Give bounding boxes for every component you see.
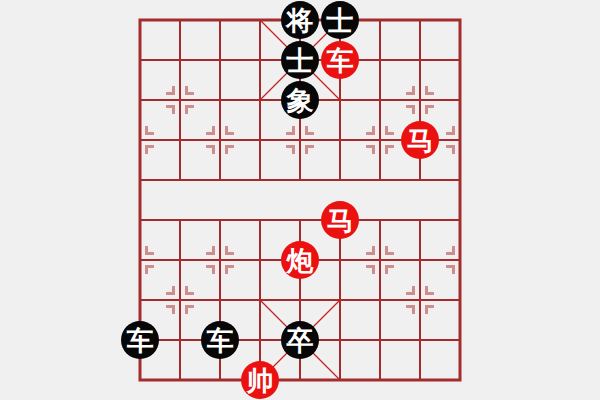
red-cannon-piece[interactable]: 炮 [281, 241, 319, 279]
red-general-piece[interactable]: 帅 [241, 361, 279, 399]
xiangqi-board[interactable]: 将士士车象马马炮车车卒帅 [0, 0, 600, 400]
red-horse-piece[interactable]: 马 [321, 201, 359, 239]
pieces-layer: 将士士车象马马炮车车卒帅 [0, 0, 600, 400]
black-chariot-piece[interactable]: 车 [121, 321, 159, 359]
red-chariot-piece[interactable]: 车 [321, 41, 359, 79]
black-pawn-piece[interactable]: 卒 [281, 321, 319, 359]
black-elephant-piece[interactable]: 象 [281, 81, 319, 119]
black-chariot-piece[interactable]: 车 [201, 321, 239, 359]
black-general-piece[interactable]: 将 [281, 1, 319, 39]
black-advisor-piece[interactable]: 士 [321, 1, 359, 39]
red-horse-piece[interactable]: 马 [401, 121, 439, 159]
black-advisor-piece[interactable]: 士 [281, 41, 319, 79]
